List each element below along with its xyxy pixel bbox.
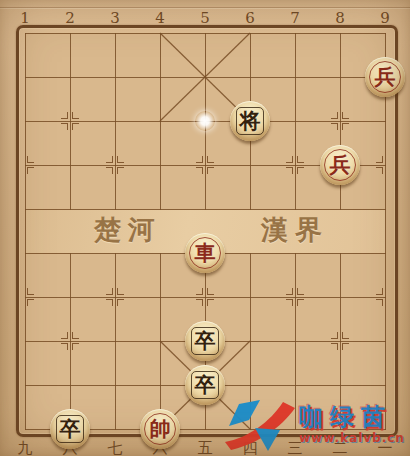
river-label-right: 漢界: [261, 214, 329, 246]
file-label-bottom: 一: [372, 439, 398, 456]
piece-glyph: 卒: [195, 374, 216, 395]
file-label-bottom: 三: [282, 439, 308, 456]
point-mark: [105, 287, 125, 307]
point-mark: [60, 331, 80, 351]
move-indicator-sparkle: [195, 111, 215, 131]
piece-glyph: 車: [195, 242, 216, 263]
file-label-bottom: 二: [327, 439, 353, 456]
piece-glyph: 兵: [375, 66, 396, 87]
piece-glyph: 兵: [330, 154, 351, 175]
board-grid[interactable]: 楚河 漢界 兵将兵車卒卒卒帥: [25, 33, 386, 430]
piece-black-卒[interactable]: 卒: [185, 321, 225, 361]
piece-glyph: 卒: [195, 330, 216, 351]
point-mark: [330, 111, 350, 131]
point-mark: [195, 287, 215, 307]
point-mark: [60, 111, 80, 131]
file-label-bottom: 五: [192, 439, 218, 456]
point-mark: [195, 155, 215, 175]
piece-black-卒[interactable]: 卒: [50, 409, 90, 449]
file-label-bottom: 七: [102, 439, 128, 456]
piece-red-兵[interactable]: 兵: [320, 145, 360, 185]
point-mark: [105, 155, 125, 175]
piece-red-車[interactable]: 車: [185, 233, 225, 273]
file-label-bottom: 九: [12, 439, 38, 456]
piece-glyph: 帥: [150, 418, 171, 439]
river-label-left: 楚河: [94, 214, 162, 246]
point-mark: [285, 287, 305, 307]
piece-glyph: 将: [240, 110, 261, 131]
point-mark: [285, 155, 305, 175]
piece-red-兵[interactable]: 兵: [365, 57, 405, 97]
piece-black-卒[interactable]: 卒: [185, 365, 225, 405]
piece-red-帥[interactable]: 帥: [140, 409, 180, 449]
piece-black-将[interactable]: 将: [230, 101, 270, 141]
xiangqi-app: 123456789九八七六五四三二一 楚河 漢界 兵将兵車卒卒卒帥 咖绿茵 ww…: [0, 0, 410, 456]
piece-glyph: 卒: [60, 418, 81, 439]
point-mark: [330, 331, 350, 351]
file-label-bottom: 四: [237, 439, 263, 456]
